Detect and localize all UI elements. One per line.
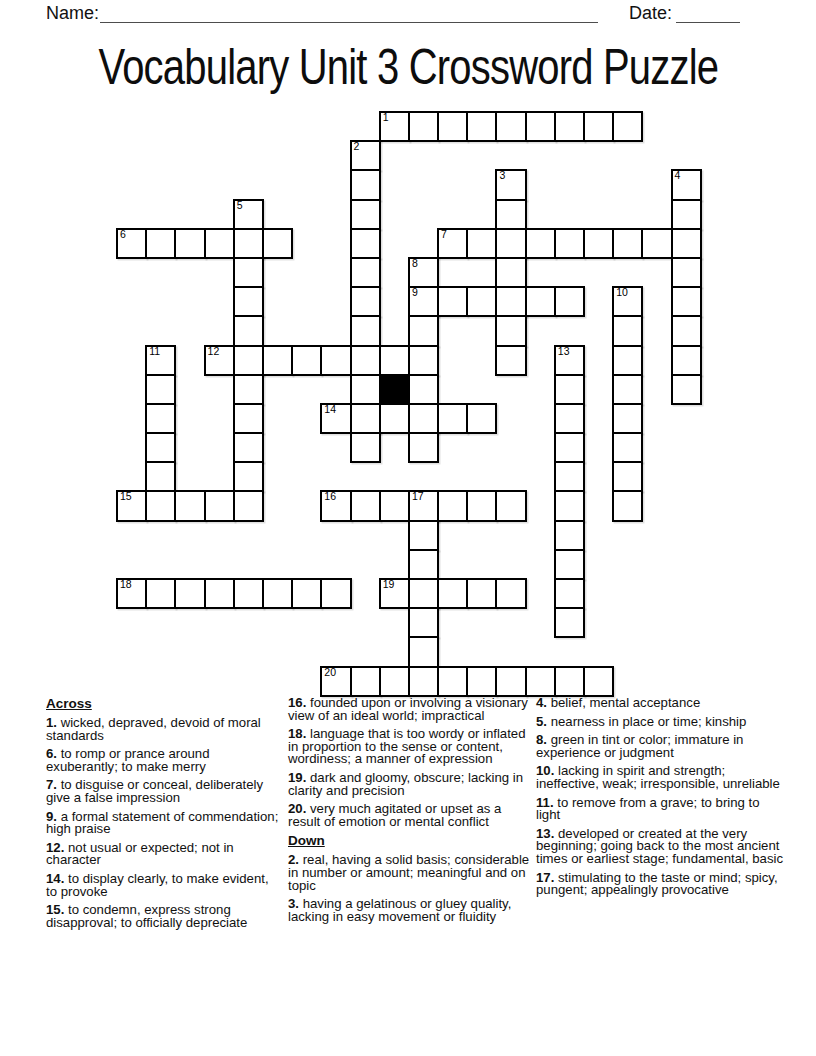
cell-r10c7[interactable]: 14 <box>320 403 351 434</box>
clue-down-17: 17. stimulating to the taste or mind; sp… <box>536 872 786 897</box>
cell-r4c0[interactable]: 6 <box>116 228 147 259</box>
cell-r4c3[interactable] <box>204 228 235 259</box>
cell-r16c2[interactable] <box>174 578 205 609</box>
clue-number: 8 <box>412 258 418 269</box>
cell-r6c19[interactable] <box>671 286 702 317</box>
cell-r9c8[interactable] <box>350 374 381 405</box>
date-blank-line[interactable] <box>676 6 740 23</box>
cell-r4c14[interactable] <box>525 228 556 259</box>
clue-number: 19 <box>383 579 395 590</box>
cell-r4c17[interactable] <box>612 228 643 259</box>
cell-r7c13[interactable] <box>495 315 526 346</box>
cell-r6c12[interactable] <box>466 286 497 317</box>
page-title: Vocabulary Unit 3 Crossword Puzzle <box>0 41 816 94</box>
cell-r7c17[interactable] <box>612 315 643 346</box>
clue-number: 11 <box>149 346 160 357</box>
cell-r6c10[interactable]: 9 <box>408 286 439 317</box>
cell-r16c5[interactable] <box>262 578 293 609</box>
black-cell <box>379 374 410 405</box>
cell-r8c6[interactable] <box>291 345 322 376</box>
cell-r11c8[interactable] <box>350 432 381 463</box>
cell-r2c8[interactable] <box>350 169 381 200</box>
cell-r16c13[interactable] <box>495 578 526 609</box>
cell-r13c9[interactable] <box>379 490 410 521</box>
date-label: Date: <box>629 3 672 24</box>
clue-across-1: 1. wicked, depraved, devoid of moral sta… <box>46 717 282 742</box>
cell-r13c8[interactable] <box>350 490 381 521</box>
clue-across-15: 15. to condemn, express strong disapprov… <box>46 904 282 929</box>
cell-r8c1[interactable]: 11 <box>145 345 176 376</box>
clue-number: 18 <box>120 579 132 590</box>
cell-r6c11[interactable] <box>437 286 468 317</box>
clue-down-4: 4. belief, mental acceptance <box>536 697 786 710</box>
cell-r13c11[interactable] <box>437 490 468 521</box>
cell-r13c10[interactable]: 17 <box>408 490 439 521</box>
cell-r4c5[interactable] <box>262 228 293 259</box>
cell-r14c15[interactable] <box>554 520 585 551</box>
cell-r16c4[interactable] <box>233 578 264 609</box>
cell-r13c0[interactable]: 15 <box>116 490 147 521</box>
cell-r5c4[interactable] <box>233 257 264 288</box>
clue-number: 15 <box>120 491 132 502</box>
cell-r9c17[interactable] <box>612 374 643 405</box>
clue-across-18: 18. language that is too wordy or inflat… <box>288 728 534 766</box>
cell-r10c1[interactable] <box>145 403 176 434</box>
cell-r8c15[interactable]: 13 <box>554 345 585 376</box>
cell-r9c10[interactable] <box>408 374 439 405</box>
cell-r16c0[interactable]: 18 <box>116 578 147 609</box>
clue-across-12: 12. not usual or expected; not in charac… <box>46 842 282 867</box>
cell-r6c13[interactable] <box>495 286 526 317</box>
cell-r9c4[interactable] <box>233 374 264 405</box>
cell-r0c13[interactable] <box>495 111 526 142</box>
worksheet-page: Name: Date: Vocabulary Unit 3 Crossword … <box>0 0 816 1056</box>
cell-r12c17[interactable] <box>612 461 643 492</box>
cell-r7c4[interactable] <box>233 315 264 346</box>
cell-r3c19[interactable] <box>671 199 702 230</box>
cell-r18c10[interactable] <box>408 636 439 667</box>
cell-r2c19[interactable]: 4 <box>671 169 702 200</box>
cell-r2c13[interactable]: 3 <box>495 169 526 200</box>
cell-r8c9[interactable] <box>379 345 410 376</box>
cell-r16c1[interactable] <box>145 578 176 609</box>
cell-r13c2[interactable] <box>174 490 205 521</box>
cell-r10c11[interactable] <box>437 403 468 434</box>
clue-number: 2 <box>354 141 360 152</box>
cell-r4c15[interactable] <box>554 228 585 259</box>
cell-r19c16[interactable] <box>583 666 614 697</box>
cell-r8c19[interactable] <box>671 345 702 376</box>
cell-r8c10[interactable] <box>408 345 439 376</box>
cell-r0c9[interactable]: 1 <box>379 111 410 142</box>
cell-r16c10[interactable] <box>408 578 439 609</box>
cell-r13c3[interactable] <box>204 490 235 521</box>
cell-r16c7[interactable] <box>320 578 351 609</box>
clue-down-13: 13. developed or created at the very beg… <box>536 828 786 866</box>
cell-r19c15[interactable] <box>554 666 585 697</box>
clue-number: 9 <box>412 287 418 298</box>
cell-r6c15[interactable] <box>554 286 585 317</box>
cell-r16c12[interactable] <box>466 578 497 609</box>
cell-r4c19[interactable] <box>671 228 702 259</box>
clue-across-19: 19. dark and gloomy, obscure; lacking in… <box>288 772 534 797</box>
cell-r3c8[interactable] <box>350 199 381 230</box>
cell-r7c8[interactable] <box>350 315 381 346</box>
clue-number: 14 <box>324 404 336 415</box>
cell-r0c12[interactable] <box>466 111 497 142</box>
cell-r10c4[interactable] <box>233 403 264 434</box>
cell-r3c4[interactable]: 5 <box>233 199 264 230</box>
cell-r8c13[interactable] <box>495 345 526 376</box>
cell-r19c8[interactable] <box>350 666 381 697</box>
clue-number: 3 <box>499 170 505 181</box>
cell-r13c15[interactable] <box>554 490 585 521</box>
cell-r4c13[interactable] <box>495 228 526 259</box>
clue-down-2: 2. real, having a solid basis; considera… <box>288 854 534 892</box>
clues-column-1: Across1. wicked, depraved, devoid of mor… <box>46 697 282 935</box>
clue-number: 5 <box>237 200 243 211</box>
cell-r19c12[interactable] <box>466 666 497 697</box>
clue-number: 12 <box>208 346 220 357</box>
cell-r8c8[interactable] <box>350 345 381 376</box>
cell-r12c4[interactable] <box>233 461 264 492</box>
cell-r0c11[interactable] <box>437 111 468 142</box>
cell-r17c10[interactable] <box>408 607 439 638</box>
cell-r8c5[interactable] <box>262 345 293 376</box>
cell-r16c6[interactable] <box>291 578 322 609</box>
cell-r8c17[interactable] <box>612 345 643 376</box>
cell-r0c15[interactable] <box>554 111 585 142</box>
cell-r19c14[interactable] <box>525 666 556 697</box>
clue-number: 17 <box>412 491 424 502</box>
cell-r0c16[interactable] <box>583 111 614 142</box>
cell-r4c2[interactable] <box>174 228 205 259</box>
cell-r10c10[interactable] <box>408 403 439 434</box>
cell-r10c15[interactable] <box>554 403 585 434</box>
cell-r13c13[interactable] <box>495 490 526 521</box>
clue-number: 7 <box>441 229 447 240</box>
cell-r11c10[interactable] <box>408 432 439 463</box>
cell-r1c8[interactable]: 2 <box>350 140 381 171</box>
clue-across-9: 9. a formal statement of commendation; h… <box>46 811 282 836</box>
cell-r16c3[interactable] <box>204 578 235 609</box>
cell-r6c14[interactable] <box>525 286 556 317</box>
clue-across-6: 6. to romp or prance around exuberantly;… <box>46 748 282 773</box>
cell-r13c12[interactable] <box>466 490 497 521</box>
clue-down-8: 8. green in tint or color; immature in e… <box>536 734 786 759</box>
cell-r11c17[interactable] <box>612 432 643 463</box>
cell-r4c11[interactable]: 7 <box>437 228 468 259</box>
cell-r16c9[interactable]: 19 <box>379 578 410 609</box>
cell-r8c3[interactable]: 12 <box>204 345 235 376</box>
cell-r11c15[interactable] <box>554 432 585 463</box>
cell-r9c1[interactable] <box>145 374 176 405</box>
cell-r6c8[interactable] <box>350 286 381 317</box>
cell-r15c10[interactable] <box>408 549 439 580</box>
down-header: Down <box>288 834 534 848</box>
cell-r4c1[interactable] <box>145 228 176 259</box>
clue-number: 10 <box>616 287 628 298</box>
cell-r13c7[interactable]: 16 <box>320 490 351 521</box>
cell-r19c9[interactable] <box>379 666 410 697</box>
cell-r12c15[interactable] <box>554 461 585 492</box>
cell-r13c17[interactable] <box>612 490 643 521</box>
cell-r19c10[interactable] <box>408 666 439 697</box>
cell-r9c19[interactable] <box>671 374 702 405</box>
clue-down-3: 3. having a gelatinous or gluey quality,… <box>288 898 534 923</box>
clue-number: 13 <box>558 346 570 357</box>
clue-down-5: 5. nearness in place or time; kinship <box>536 716 786 729</box>
name-label: Name: <box>46 3 99 24</box>
cell-r4c4[interactable] <box>233 228 264 259</box>
cell-r0c14[interactable] <box>525 111 556 142</box>
cell-r3c13[interactable] <box>495 199 526 230</box>
cell-r4c16[interactable] <box>583 228 614 259</box>
clue-across-14: 14. to display clearly, to make evident,… <box>46 873 282 898</box>
cell-r11c4[interactable] <box>233 432 264 463</box>
cell-r13c4[interactable] <box>233 490 264 521</box>
cell-r0c17[interactable] <box>612 111 643 142</box>
clue-down-10: 10. lacking in spirit and strength; inef… <box>536 765 786 790</box>
cell-r5c13[interactable] <box>495 257 526 288</box>
cell-r0c10[interactable] <box>408 111 439 142</box>
clues-column-2: 16. founded upon or involving a visionar… <box>288 697 534 929</box>
cell-r10c9[interactable] <box>379 403 410 434</box>
clue-across-7: 7. to disguise or conceal, deliberately … <box>46 779 282 804</box>
cell-r7c19[interactable] <box>671 315 702 346</box>
cell-r13c1[interactable] <box>145 490 176 521</box>
cell-r5c8[interactable] <box>350 257 381 288</box>
cell-r19c7[interactable]: 20 <box>320 666 351 697</box>
clue-number: 20 <box>324 667 336 678</box>
clue-across-20: 20. very much agitated or upset as a res… <box>288 803 534 828</box>
cell-r19c11[interactable] <box>437 666 468 697</box>
cell-r4c12[interactable] <box>466 228 497 259</box>
clue-across-16: 16. founded upon or involving a visionar… <box>288 697 534 722</box>
cell-r12c1[interactable] <box>145 461 176 492</box>
cell-r6c17[interactable]: 10 <box>612 286 643 317</box>
crossword-grid: 1234567891011121314151617181920 <box>116 111 700 695</box>
cell-r15c15[interactable] <box>554 549 585 580</box>
cell-r6c4[interactable] <box>233 286 264 317</box>
cell-r11c1[interactable] <box>145 432 176 463</box>
cell-r10c17[interactable] <box>612 403 643 434</box>
clue-number: 16 <box>324 491 336 502</box>
clue-number: 6 <box>120 229 126 240</box>
across-header: Across <box>46 697 282 711</box>
cell-r5c19[interactable] <box>671 257 702 288</box>
cell-r10c12[interactable] <box>466 403 497 434</box>
cell-r4c8[interactable] <box>350 228 381 259</box>
cell-r17c15[interactable] <box>554 607 585 638</box>
cell-r8c7[interactable] <box>320 345 351 376</box>
cell-r9c15[interactable] <box>554 374 585 405</box>
cell-r8c4[interactable] <box>233 345 264 376</box>
cell-r10c8[interactable] <box>350 403 381 434</box>
clue-number: 1 <box>383 112 389 123</box>
cell-r16c15[interactable] <box>554 578 585 609</box>
cell-r16c11[interactable] <box>437 578 468 609</box>
name-blank-line[interactable] <box>100 6 598 23</box>
cell-r19c13[interactable] <box>495 666 526 697</box>
clues-column-3: 4. belief, mental acceptance5. nearness … <box>536 697 786 903</box>
cell-r5c10[interactable]: 8 <box>408 257 439 288</box>
clue-down-11: 11. to remove from a grave; to bring to … <box>536 797 786 822</box>
cell-r14c10[interactable] <box>408 520 439 551</box>
cell-r7c10[interactable] <box>408 315 439 346</box>
cell-r4c18[interactable] <box>641 228 672 259</box>
clue-number: 4 <box>675 170 681 181</box>
